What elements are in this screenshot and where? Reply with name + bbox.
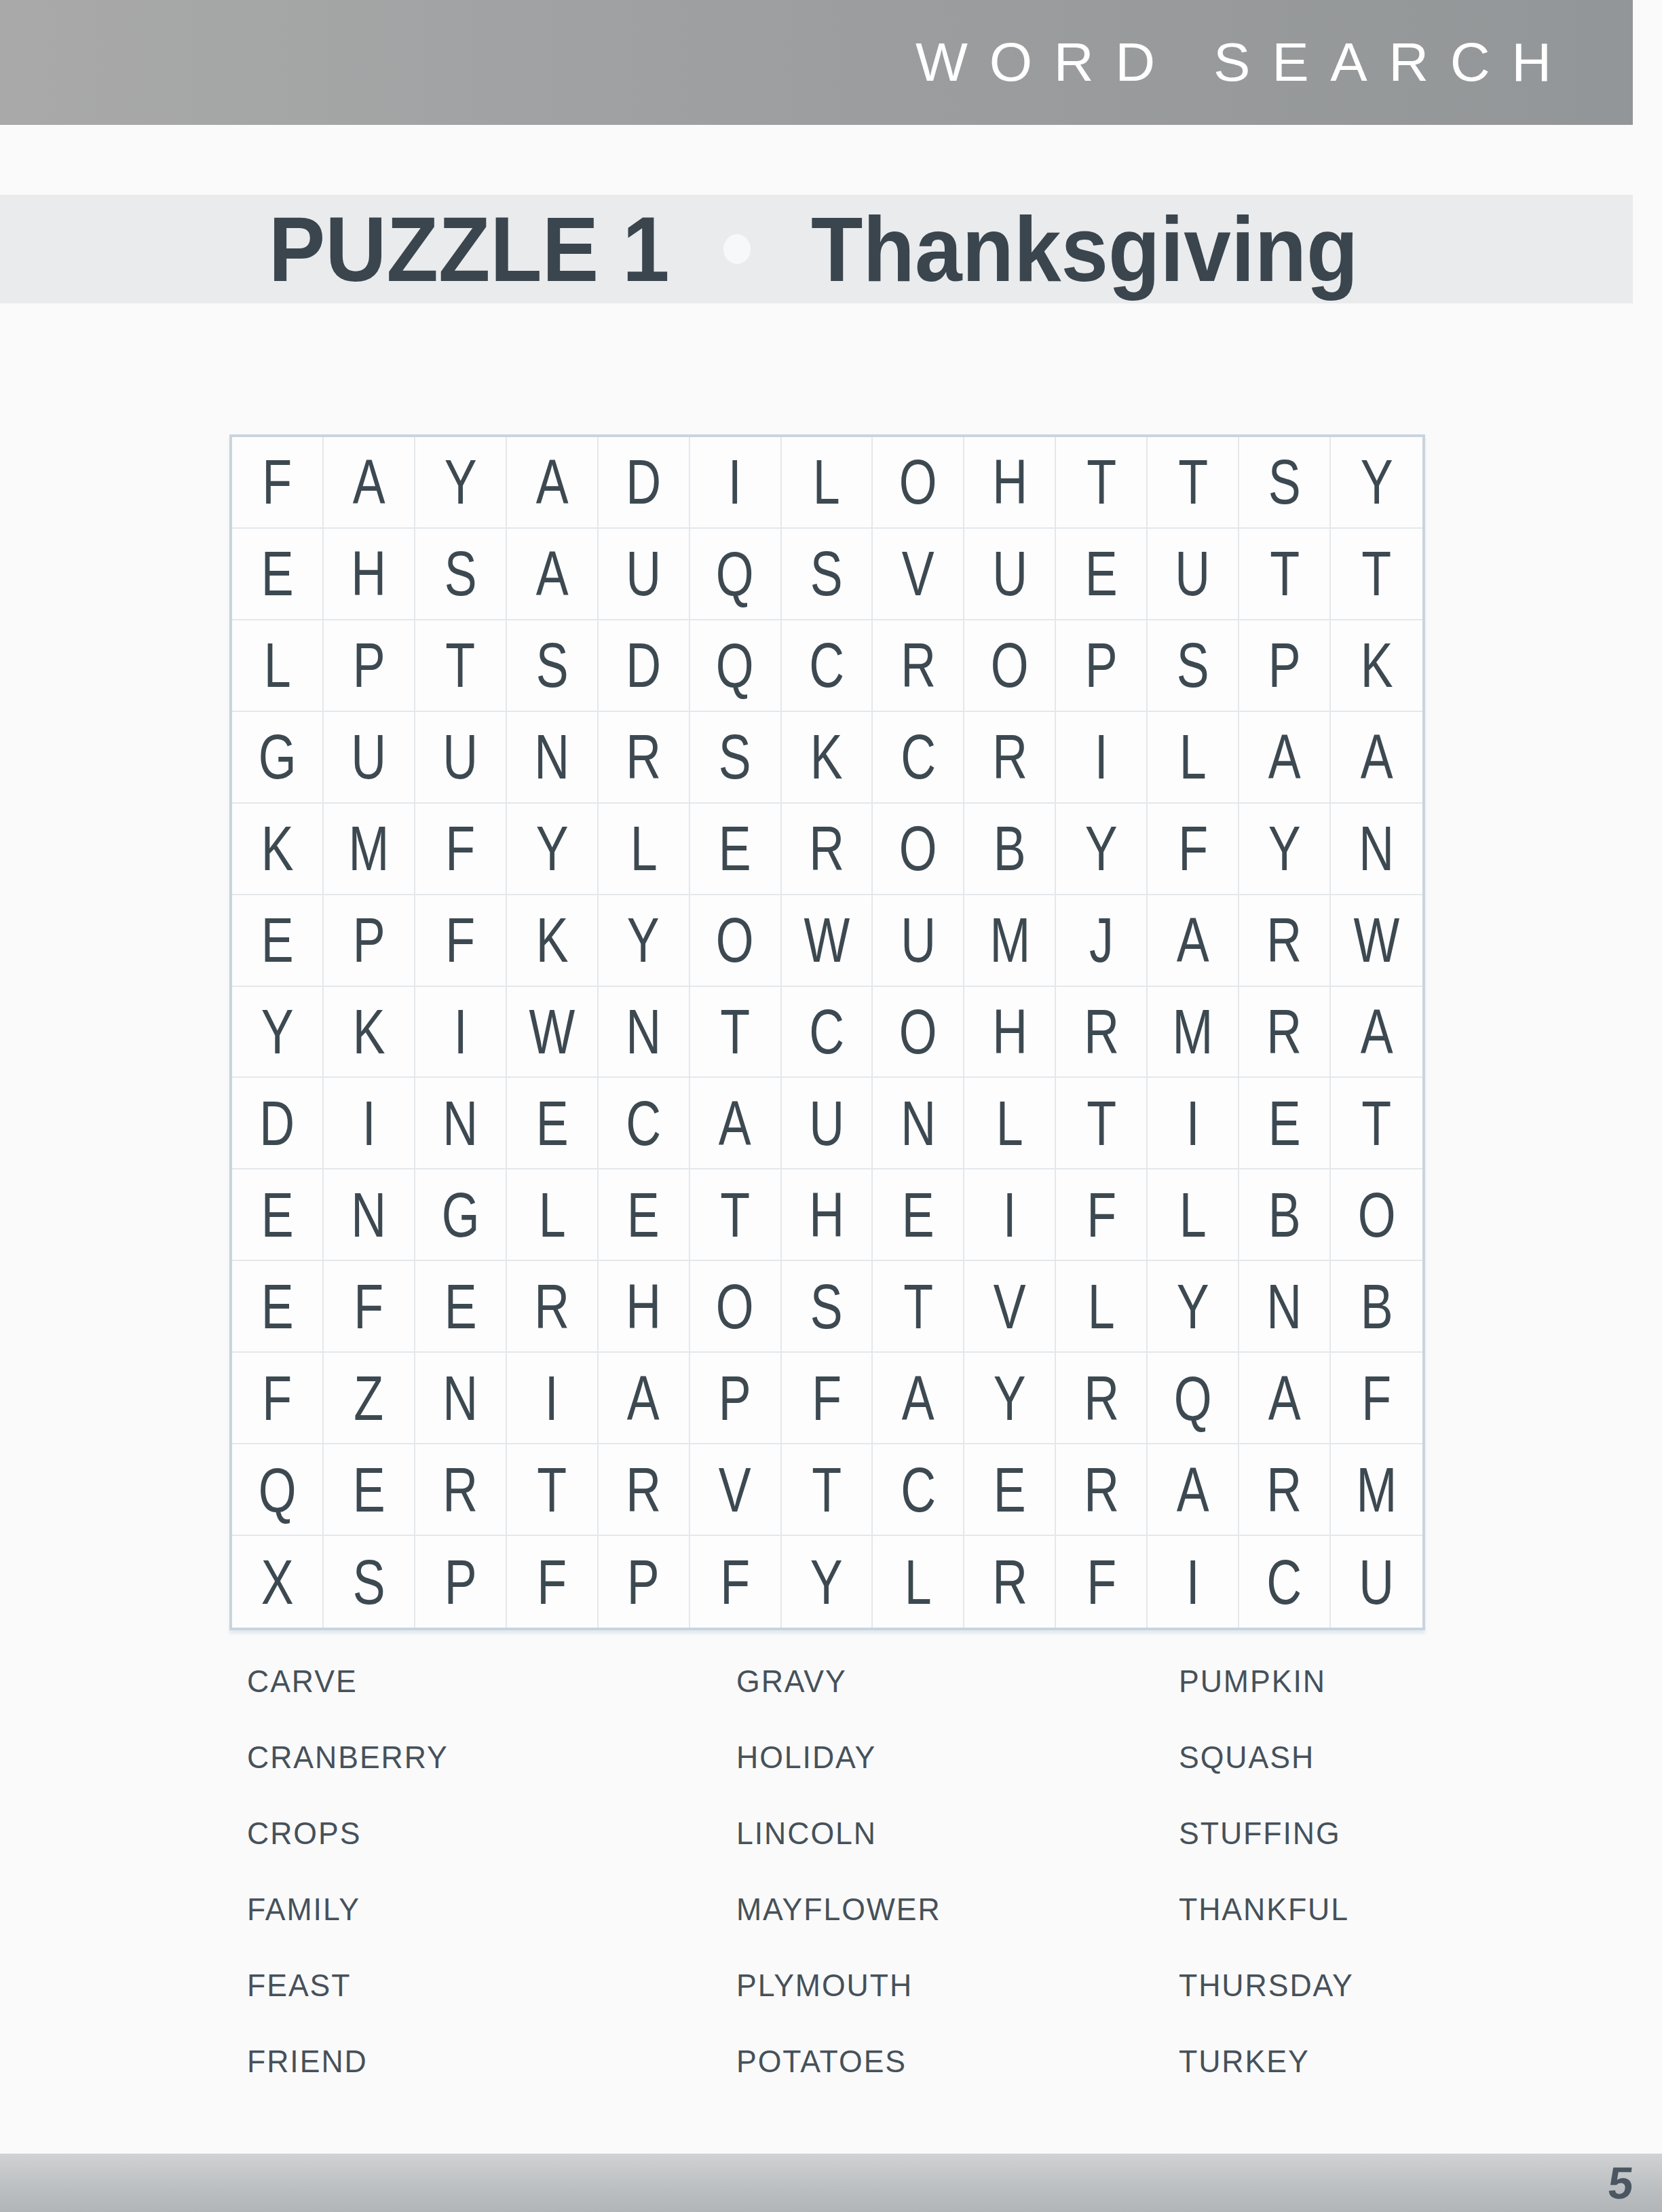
grid-letter: O [1358,1184,1396,1246]
grid-cell-r11c10[interactable]: R [1056,1353,1148,1444]
grid-letter: R [1084,1367,1119,1429]
grid-letter: F [720,1551,750,1613]
grid-letter: A [902,1367,934,1429]
grid-letter: S [444,542,476,605]
grid-letter: F [1087,1551,1116,1613]
grid-cell-r8c13[interactable]: T [1331,1078,1422,1169]
grid-letter: M [1173,1000,1213,1063]
grid-cell-r3c9[interactable]: O [964,620,1056,712]
grid-cell-r10c11[interactable]: Y [1148,1261,1239,1353]
grid-cell-r13c6[interactable]: F [690,1536,782,1628]
grid-cell-r7c5[interactable]: N [599,987,690,1079]
grid-letter: G [441,1184,479,1246]
grid-cell-r10c3[interactable]: E [415,1261,507,1353]
grid-letter: R [1267,1459,1302,1521]
grid-cell-r11c12[interactable]: A [1239,1353,1331,1444]
grid-cell-r13c1[interactable]: X [232,1536,324,1628]
grid-letter: I [1186,1551,1200,1613]
grid-letter: F [263,451,292,513]
grid-letter: X [261,1551,294,1613]
grid-letter: R [901,634,936,696]
grid-cell-r6c13[interactable]: W [1331,895,1422,987]
grid-cell-r9c12[interactable]: B [1239,1169,1331,1261]
grid-letter: R [442,1459,478,1521]
grid-cell-r5c10[interactable]: Y [1056,804,1148,895]
grid-letter: N [351,1184,386,1246]
grid-cell-r11c3[interactable]: N [415,1353,507,1444]
grid-letter: H [351,542,386,605]
word-list-item: CARVE [247,1664,449,1698]
grid-cell-r7c7[interactable]: C [782,987,873,1079]
grid-cell-r4c13[interactable]: A [1331,712,1422,804]
grid-cell-r7c11[interactable]: M [1148,987,1239,1079]
grid-letter: F [445,817,475,880]
grid-letter: Y [261,1000,294,1063]
grid-letter: N [534,726,569,788]
grid-cell-r1c13[interactable]: Y [1331,437,1422,529]
grid-cell-r4c11[interactable]: L [1148,712,1239,804]
grid-letter: T [903,1275,933,1338]
grid-cell-r7c13[interactable]: A [1331,987,1422,1079]
grid-cell-r12c7[interactable]: T [782,1444,873,1536]
grid-cell-r7c1[interactable]: Y [232,987,324,1079]
grid-cell-r7c10[interactable]: R [1056,987,1148,1079]
grid-cell-r12c3[interactable]: R [415,1444,507,1536]
grid-letter: L [1088,1275,1115,1338]
grid-cell-r5c2[interactable]: M [324,804,415,895]
grid-cell-r1c8[interactable]: O [873,437,964,529]
grid-letter: D [260,1092,295,1155]
grid-cell-r12c5[interactable]: R [599,1444,690,1536]
grid-cell-r3c2[interactable]: P [324,620,415,712]
grid-letter: P [352,634,385,696]
grid-letter: P [627,1551,660,1613]
word-list-column-1: CARVECRANBERRYCROPSFAMILYFEASTFRIEND [247,1664,455,2120]
grid-letter: A [535,451,568,513]
grid-cell-r12c2[interactable]: E [324,1444,415,1536]
grid-cell-r3c3[interactable]: T [415,620,507,712]
grid-letter: S [719,726,751,788]
grid-cell-r3c7[interactable]: C [782,620,873,712]
grid-letter: O [716,909,754,971]
grid-letter: B [1361,1275,1393,1338]
grid-cell-r2c6[interactable]: Q [690,529,782,620]
grid-letter: Y [1177,1275,1209,1338]
grid-cell-r6c2[interactable]: P [324,895,415,987]
grid-cell-r4c1[interactable]: G [232,712,324,804]
grid-cell-r8c11[interactable]: I [1148,1078,1239,1169]
grid-cell-r9c3[interactable]: G [415,1169,507,1261]
grid-cell-r3c12[interactable]: P [1239,620,1331,712]
grid-cell-r1c1[interactable]: F [232,437,324,529]
grid-letter: H [992,451,1027,513]
grid-cell-r10c2[interactable]: F [324,1261,415,1353]
grid-letter: Q [259,1459,297,1521]
grid-letter: F [263,1367,292,1429]
word-list-item: MAYFLOWER [736,1892,941,1926]
grid-letter: Y [1268,817,1301,880]
grid-cell-r5c9[interactable]: B [964,804,1056,895]
grid-cell-r9c1[interactable]: E [232,1169,324,1261]
grid-cell-r8c2[interactable]: I [324,1078,415,1169]
grid-cell-r6c5[interactable]: Y [599,895,690,987]
grid-letter: S [810,542,843,605]
grid-cell-r8c6[interactable]: A [690,1078,782,1169]
grid-cell-r6c12[interactable]: R [1239,895,1331,987]
grid-letter: Q [716,542,754,605]
grid-cell-r1c9[interactable]: H [964,437,1056,529]
word-list-item: FAMILY [247,1892,449,1926]
grid-letter: A [1268,726,1301,788]
grid-letter: K [810,726,843,788]
grid-cell-r4c7[interactable]: K [782,712,873,804]
grid-letter: G [259,726,297,788]
grid-cell-r9c4[interactable]: L [507,1169,599,1261]
grid-cell-r3c10[interactable]: P [1056,620,1148,712]
grid-cell-r12c12[interactable]: R [1239,1444,1331,1536]
grid-cell-r9c2[interactable]: N [324,1169,415,1261]
grid-cell-r13c2[interactable]: S [324,1536,415,1628]
grid-cell-r11c4[interactable]: I [507,1353,599,1444]
grid-letter: L [905,1551,932,1613]
grid-cell-r4c10[interactable]: I [1056,712,1148,804]
grid-cell-r5c4[interactable]: Y [507,804,599,895]
word-list-item: PUMPKIN [1179,1664,1354,1698]
grid-cell-r5c7[interactable]: R [782,804,873,895]
grid-letter: F [537,1551,567,1613]
grid-cell-r10c5[interactable]: H [599,1261,690,1353]
grid-letter: Y [444,451,476,513]
grid-cell-r5c3[interactable]: F [415,804,507,895]
grid-cell-r8c7[interactable]: U [782,1078,873,1169]
grid-cell-r5c11[interactable]: F [1148,804,1239,895]
grid-cell-r10c4[interactable]: R [507,1261,599,1353]
grid-letter: O [899,1000,937,1063]
grid-letter: E [1268,1092,1301,1155]
grid-letter: L [538,1184,565,1246]
grid-letter: V [994,1275,1026,1338]
grid-cell-r1c4[interactable]: A [507,437,599,529]
grid-cell-r7c3[interactable]: I [415,987,507,1079]
grid-cell-r2c11[interactable]: U [1148,529,1239,620]
grid-cell-r4c2[interactable]: U [324,712,415,804]
puzzle-title-band: PUZZLE 1 Thanksgiving [0,195,1633,303]
grid-letter: L [630,817,657,880]
grid-cell-r2c13[interactable]: T [1331,529,1422,620]
grid-cell-r3c13[interactable]: K [1331,620,1422,712]
grid-cell-r7c8[interactable]: O [873,987,964,1079]
grid-letter: B [994,817,1026,880]
grid-cell-r9c9[interactable]: I [964,1169,1056,1261]
grid-letter: H [626,1275,661,1338]
grid-cell-r7c2[interactable]: K [324,987,415,1079]
grid-letter: R [992,1551,1027,1613]
grid-letter: C [809,1000,844,1063]
grid-letter: S [535,634,568,696]
grid-letter: I [362,1092,375,1155]
grid-cell-r5c5[interactable]: L [599,804,690,895]
grid-cell-r9c7[interactable]: H [782,1169,873,1261]
grid-letter: H [992,1000,1027,1063]
grid-letter: R [809,817,844,880]
grid-cell-r12c9[interactable]: E [964,1444,1056,1536]
grid-cell-r10c10[interactable]: L [1056,1261,1148,1353]
grid-letter: U [1175,542,1211,605]
grid-cell-r4c4[interactable]: N [507,712,599,804]
grid-cell-r1c6[interactable]: I [690,437,782,529]
grid-cell-r7c6[interactable]: T [690,987,782,1079]
word-list-item: FEAST [247,1968,449,2002]
grid-cell-r13c4[interactable]: F [507,1536,599,1628]
word-list-item: PLYMOUTH [736,1968,941,2002]
grid-letter: P [352,909,385,971]
grid-letter: U [442,726,478,788]
word-list-item: GRAVY [736,1664,941,1698]
grid-cell-r9c10[interactable]: F [1056,1169,1148,1261]
grid-letter: E [1085,542,1118,605]
grid-letter: B [1268,1184,1301,1246]
grid-letter: I [1095,726,1108,788]
grid-cell-r6c4[interactable]: K [507,895,599,987]
grid-cell-r5c6[interactable]: E [690,804,782,895]
grid-cell-r11c11[interactable]: Q [1148,1353,1239,1444]
word-list-item: LINCOLN [736,1816,941,1850]
grid-cell-r13c7[interactable]: Y [782,1536,873,1628]
grid-cell-r12c1[interactable]: Q [232,1444,324,1536]
grid-cell-r4c9[interactable]: R [964,712,1056,804]
grid-cell-r10c7[interactable]: S [782,1261,873,1353]
page-footer: 5 [0,2154,1662,2212]
grid-cell-r5c8[interactable]: O [873,804,964,895]
grid-cell-r8c12[interactable]: E [1239,1078,1331,1169]
grid-cell-r9c11[interactable]: L [1148,1169,1239,1261]
grid-cell-r6c7[interactable]: W [782,895,873,987]
grid-cell-r4c12[interactable]: A [1239,712,1331,804]
word-list-item: POTATOES [736,2044,941,2078]
grid-cell-r8c9[interactable]: L [964,1078,1056,1169]
grid-cell-r1c11[interactable]: T [1148,437,1239,529]
grid-cell-r2c5[interactable]: U [599,529,690,620]
grid-cell-r2c1[interactable]: E [232,529,324,620]
grid-cell-r3c11[interactable]: S [1148,620,1239,712]
banner-title: WORD SEARCH [915,31,1573,94]
grid-cell-r5c13[interactable]: N [1331,804,1422,895]
grid-cell-r3c8[interactable]: R [873,620,964,712]
grid-letter: W [804,909,850,971]
title-separator-dot [723,234,751,264]
grid-letter: K [1361,634,1393,696]
grid-letter: H [809,1184,844,1246]
grid-cell-r11c5[interactable]: A [599,1353,690,1444]
grid-cell-r7c12[interactable]: R [1239,987,1331,1079]
grid-cell-r2c7[interactable]: S [782,529,873,620]
grid-cell-r2c12[interactable]: T [1239,529,1331,620]
grid-cell-r6c9[interactable]: M [964,895,1056,987]
grid-letter: L [996,1092,1023,1155]
grid-cell-r7c9[interactable]: H [964,987,1056,1079]
grid-cell-r11c13[interactable]: F [1331,1353,1422,1444]
grid-cell-r13c13[interactable]: U [1331,1536,1422,1628]
grid-letter: T [537,1459,567,1521]
grid-cell-r4c6[interactable]: S [690,712,782,804]
grid-letter: E [902,1184,934,1246]
grid-cell-r8c3[interactable]: N [415,1078,507,1169]
grid-cell-r5c12[interactable]: Y [1239,804,1331,895]
grid-cell-r12c4[interactable]: T [507,1444,599,1536]
grid-cell-r13c5[interactable]: P [599,1536,690,1628]
grid-letter: N [1267,1275,1302,1338]
grid-cell-r3c5[interactable]: D [599,620,690,712]
grid-cell-r8c8[interactable]: N [873,1078,964,1169]
grid-cell-r12c10[interactable]: R [1056,1444,1148,1536]
grid-cell-r13c9[interactable]: R [964,1536,1056,1628]
grid-cell-r10c8[interactable]: T [873,1261,964,1353]
grid-letter: K [352,1000,385,1063]
word-list-item: HOLIDAY [736,1740,941,1774]
grid-letter: O [899,451,937,513]
grid-cell-r4c3[interactable]: U [415,712,507,804]
grid-letter: F [445,909,475,971]
grid-cell-r2c8[interactable]: V [873,529,964,620]
grid-cell-r4c8[interactable]: C [873,712,964,804]
grid-letter: Y [810,1551,843,1613]
grid-cell-r13c3[interactable]: P [415,1536,507,1628]
grid-letter: Q [716,634,754,696]
grid-cell-r1c12[interactable]: S [1239,437,1331,529]
grid-letter: C [1267,1551,1302,1613]
grid-letter: F [354,1275,383,1338]
grid-cell-r13c12[interactable]: C [1239,1536,1331,1628]
grid-cell-r2c9[interactable]: U [964,529,1056,620]
grid-letter: E [994,1459,1026,1521]
word-list-item: STUFFING [1179,1816,1354,1850]
grid-cell-r11c2[interactable]: Z [324,1353,415,1444]
grid-cell-r3c6[interactable]: Q [690,620,782,712]
grid-cell-r1c5[interactable]: D [599,437,690,529]
grid-cell-r12c11[interactable]: A [1148,1444,1239,1536]
grid-cell-r1c3[interactable]: Y [415,437,507,529]
grid-letter: J [1089,909,1114,971]
grid-cell-r13c8[interactable]: L [873,1536,964,1628]
grid-letter: P [444,1551,476,1613]
grid-cell-r12c13[interactable]: M [1331,1444,1422,1536]
grid-cell-r4c5[interactable]: R [599,712,690,804]
grid-cell-r10c13[interactable]: B [1331,1261,1422,1353]
grid-cell-r9c8[interactable]: E [873,1169,964,1261]
grid-cell-r1c2[interactable]: A [324,437,415,529]
grid-letter: R [626,1459,661,1521]
grid-cell-r8c5[interactable]: C [599,1078,690,1169]
grid-cell-r2c4[interactable]: A [507,529,599,620]
grid-letter: A [1177,909,1209,971]
grid-letter: A [1361,1000,1393,1063]
grid-letter: E [719,817,751,880]
grid-cell-r9c13[interactable]: O [1331,1169,1422,1261]
grid-cell-r9c6[interactable]: T [690,1169,782,1261]
grid-letter: A [535,542,568,605]
grid-letter: D [626,451,661,513]
grid-letter: L [1179,1184,1207,1246]
grid-cell-r2c10[interactable]: E [1056,529,1148,620]
grid-letter: P [1085,634,1118,696]
grid-letter: A [719,1092,751,1155]
grid-letter: A [1268,1367,1301,1429]
grid-cell-r5c1[interactable]: K [232,804,324,895]
grid-cell-r13c11[interactable]: I [1148,1536,1239,1628]
grid-letter: T [1362,1092,1392,1155]
grid-cell-r10c9[interactable]: V [964,1261,1056,1353]
grid-cell-r3c4[interactable]: S [507,620,599,712]
grid-cell-r10c6[interactable]: O [690,1261,782,1353]
grid-cell-r6c11[interactable]: A [1148,895,1239,987]
grid-cell-r6c1[interactable]: E [232,895,324,987]
grid-letter: E [627,1184,660,1246]
grid-letter: A [352,451,385,513]
puzzle-theme-label: Thanksgiving [811,203,1358,295]
grid-letter: N [442,1092,478,1155]
grid-letter: N [626,1000,661,1063]
grid-cell-r2c2[interactable]: H [324,529,415,620]
grid-cell-r6c3[interactable]: F [415,895,507,987]
grid-cell-r11c1[interactable]: F [232,1353,324,1444]
grid-letter: I [728,451,742,513]
grid-letter: P [1268,634,1301,696]
grid-letter: S [352,1551,385,1613]
grid-cell-r8c4[interactable]: E [507,1078,599,1169]
grid-cell-r13c10[interactable]: F [1056,1536,1148,1628]
word-search-grid: FAYADILOHTTSYEHSAUQSVUEUTTLPTSDQCROPSPKG… [229,434,1425,1630]
grid-cell-r7c4[interactable]: W [507,987,599,1079]
grid-cell-r2c3[interactable]: S [415,529,507,620]
grid-cell-r12c6[interactable]: V [690,1444,782,1536]
grid-cell-r3c1[interactable]: L [232,620,324,712]
word-list-item: TURKEY [1179,2044,1354,2078]
grid-cell-r1c10[interactable]: T [1056,437,1148,529]
grid-cell-r10c1[interactable]: E [232,1261,324,1353]
grid-letter: C [626,1092,661,1155]
word-list-item: SQUASH [1179,1740,1354,1774]
grid-cell-r11c9[interactable]: Y [964,1353,1056,1444]
word-list-column-3: PUMPKINSQUASHSTUFFINGTHANKFULTHURSDAYTUR… [1179,1664,1359,2120]
grid-letter: C [901,1459,936,1521]
grid-letter: N [901,1092,936,1155]
grid-cell-r11c6[interactable]: P [690,1353,782,1444]
grid-cell-r6c6[interactable]: O [690,895,782,987]
grid-letter: F [1178,817,1208,880]
grid-cell-r11c7[interactable]: F [782,1353,873,1444]
grid-letter: Y [1361,451,1393,513]
page-number: 5 [1606,2160,1636,2205]
grid-cell-r10c12[interactable]: N [1239,1261,1331,1353]
grid-cell-r8c1[interactable]: D [232,1078,324,1169]
grid-letter: P [719,1367,751,1429]
grid-cell-r1c7[interactable]: L [782,437,873,529]
grid-letter: R [1267,909,1302,971]
grid-cell-r11c8[interactable]: A [873,1353,964,1444]
grid-letter: E [444,1275,476,1338]
grid-letter: U [1359,1551,1395,1613]
grid-letter: T [445,634,475,696]
grid-cell-r8c10[interactable]: T [1056,1078,1148,1169]
grid-letter: S [810,1275,843,1338]
grid-cell-r12c8[interactable]: C [873,1444,964,1536]
grid-letter: M [348,817,389,880]
grid-letter: F [812,1367,842,1429]
grid-cell-r9c5[interactable]: E [599,1169,690,1261]
grid-letter: I [545,1367,559,1429]
grid-cell-r6c10[interactable]: J [1056,895,1148,987]
grid-cell-r6c8[interactable]: U [873,895,964,987]
